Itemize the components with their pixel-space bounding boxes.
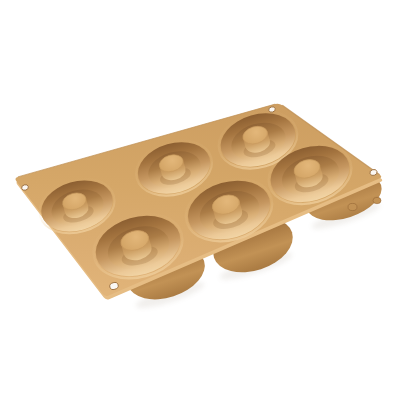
photo-stage: [0, 0, 400, 400]
hanging-nub: [373, 197, 381, 203]
product-photo: [0, 0, 400, 400]
hanging-nub: [348, 203, 357, 210]
